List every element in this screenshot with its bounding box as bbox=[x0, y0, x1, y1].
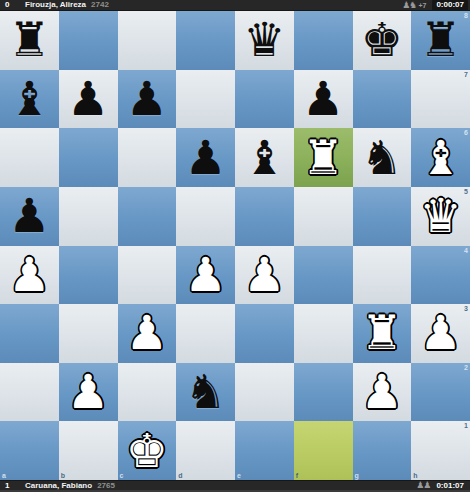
square-b8[interactable] bbox=[59, 11, 118, 70]
material-advantage-label: +7 bbox=[418, 2, 426, 9]
bottom-player-clock: 0:01:07 bbox=[432, 481, 468, 491]
rank-label-1: 1 bbox=[464, 422, 468, 429]
square-b5[interactable] bbox=[59, 187, 118, 246]
chess-broadcast-window: 0 Firouzja, Alireza 2742 ♟♞ +7 0:00:07 ♜… bbox=[0, 0, 470, 492]
square-h8[interactable]: ♜8 bbox=[411, 11, 470, 70]
rank-label-7: 7 bbox=[464, 71, 468, 78]
square-g6[interactable]: ♞ bbox=[353, 128, 412, 187]
square-g3[interactable]: ♜ bbox=[353, 304, 412, 363]
square-h4[interactable]: 4 bbox=[411, 246, 470, 305]
square-a6[interactable] bbox=[0, 128, 59, 187]
square-a8[interactable]: ♜ bbox=[0, 11, 59, 70]
file-label-d: d bbox=[178, 472, 182, 479]
square-b7[interactable]: ♟ bbox=[59, 70, 118, 129]
piece-white-pawn[interactable]: ♟ bbox=[185, 246, 227, 304]
square-a3[interactable] bbox=[0, 304, 59, 363]
piece-white-pawn[interactable]: ♟ bbox=[8, 246, 50, 304]
piece-white-pawn[interactable]: ♟ bbox=[126, 304, 168, 362]
rank-label-8: 8 bbox=[464, 12, 468, 19]
square-h3[interactable]: ♟3 bbox=[411, 304, 470, 363]
square-c3[interactable]: ♟ bbox=[118, 304, 177, 363]
square-d5[interactable] bbox=[176, 187, 235, 246]
square-g4[interactable] bbox=[353, 246, 412, 305]
square-g7[interactable] bbox=[353, 70, 412, 129]
square-e5[interactable] bbox=[235, 187, 294, 246]
captured-pieces-icon: ♟♞ bbox=[402, 1, 416, 10]
square-h6[interactable]: ♝6 bbox=[411, 128, 470, 187]
piece-black-king[interactable]: ♚ bbox=[361, 11, 403, 69]
square-h2[interactable]: 2 bbox=[411, 363, 470, 422]
piece-black-pawn[interactable]: ♟ bbox=[8, 187, 50, 245]
square-e4[interactable]: ♟ bbox=[235, 246, 294, 305]
piece-black-queen[interactable]: ♛ bbox=[243, 11, 285, 69]
square-d4[interactable]: ♟ bbox=[176, 246, 235, 305]
square-d3[interactable] bbox=[176, 304, 235, 363]
bottom-player-rating: 2765 bbox=[97, 482, 115, 490]
square-a7[interactable]: ♝ bbox=[0, 70, 59, 129]
square-d6[interactable]: ♟ bbox=[176, 128, 235, 187]
square-e3[interactable] bbox=[235, 304, 294, 363]
chess-board[interactable]: ♜♛♚♜8♝♟♟♟7♟♝♜♞♝6♟♛5♟♟♟4♟♜♟3♟♞♟2ab♚cdefgh… bbox=[0, 11, 470, 480]
bottom-player-name: Caruana, Fabiano bbox=[25, 482, 92, 490]
square-d1[interactable]: d bbox=[176, 421, 235, 480]
square-e7[interactable] bbox=[235, 70, 294, 129]
square-b3[interactable] bbox=[59, 304, 118, 363]
rank-label-2: 2 bbox=[464, 364, 468, 371]
square-b6[interactable] bbox=[59, 128, 118, 187]
square-a5[interactable]: ♟ bbox=[0, 187, 59, 246]
square-c2[interactable] bbox=[118, 363, 177, 422]
file-label-b: b bbox=[61, 472, 65, 479]
square-e8[interactable]: ♛ bbox=[235, 11, 294, 70]
square-f2[interactable] bbox=[294, 363, 353, 422]
square-a1[interactable]: a bbox=[0, 421, 59, 480]
top-player-rating: 2742 bbox=[91, 1, 109, 9]
piece-black-pawn[interactable]: ♟ bbox=[126, 70, 168, 128]
square-f3[interactable] bbox=[294, 304, 353, 363]
piece-black-pawn[interactable]: ♟ bbox=[67, 70, 109, 128]
piece-black-bishop[interactable]: ♝ bbox=[243, 129, 285, 187]
square-e1[interactable]: e bbox=[235, 421, 294, 480]
square-g2[interactable]: ♟ bbox=[353, 363, 412, 422]
square-g8[interactable]: ♚ bbox=[353, 11, 412, 70]
square-f6[interactable]: ♜ bbox=[294, 128, 353, 187]
piece-black-pawn[interactable]: ♟ bbox=[185, 129, 227, 187]
square-a4[interactable]: ♟ bbox=[0, 246, 59, 305]
square-h1[interactable]: h1 bbox=[411, 421, 470, 480]
top-player-bar: 0 Firouzja, Alireza 2742 ♟♞ +7 0:00:07 bbox=[0, 0, 470, 11]
square-h7[interactable]: 7 bbox=[411, 70, 470, 129]
top-player-name: Firouzja, Alireza bbox=[25, 1, 86, 9]
square-c1[interactable]: ♚c bbox=[118, 421, 177, 480]
bottom-player-score: 1 bbox=[5, 482, 19, 490]
piece-white-king[interactable]: ♚ bbox=[126, 422, 168, 480]
square-c6[interactable] bbox=[118, 128, 177, 187]
square-f4[interactable] bbox=[294, 246, 353, 305]
square-f1[interactable]: f bbox=[294, 421, 353, 480]
captured-pieces-icon: ♟♟ bbox=[416, 481, 430, 490]
square-e2[interactable] bbox=[235, 363, 294, 422]
piece-black-bishop[interactable]: ♝ bbox=[8, 70, 50, 128]
square-f8[interactable] bbox=[294, 11, 353, 70]
square-c7[interactable]: ♟ bbox=[118, 70, 177, 129]
square-d7[interactable] bbox=[176, 70, 235, 129]
square-d2[interactable]: ♞ bbox=[176, 363, 235, 422]
file-label-h: h bbox=[413, 472, 417, 479]
bottom-player-bar: 1 Caruana, Fabiano 2765 ♟♟ 0:01:07 bbox=[0, 480, 470, 492]
square-d8[interactable] bbox=[176, 11, 235, 70]
piece-white-bishop[interactable]: ♝ bbox=[420, 129, 462, 187]
piece-white-queen[interactable]: ♛ bbox=[420, 187, 462, 245]
square-h5[interactable]: ♛5 bbox=[411, 187, 470, 246]
square-a2[interactable] bbox=[0, 363, 59, 422]
rank-label-4: 4 bbox=[464, 247, 468, 254]
top-player-clock: 0:00:07 bbox=[432, 0, 468, 10]
square-b2[interactable]: ♟ bbox=[59, 363, 118, 422]
file-label-f: f bbox=[296, 472, 298, 479]
piece-black-knight[interactable]: ♞ bbox=[185, 363, 227, 421]
file-label-c: c bbox=[120, 472, 124, 479]
file-label-a: a bbox=[2, 472, 6, 479]
piece-black-knight[interactable]: ♞ bbox=[361, 129, 403, 187]
piece-white-pawn[interactable]: ♟ bbox=[361, 363, 403, 421]
rank-label-6: 6 bbox=[464, 129, 468, 136]
square-c4[interactable] bbox=[118, 246, 177, 305]
square-b1[interactable]: b bbox=[59, 421, 118, 480]
square-g1[interactable]: g bbox=[353, 421, 412, 480]
file-label-g: g bbox=[355, 472, 359, 479]
square-e6[interactable]: ♝ bbox=[235, 128, 294, 187]
square-f5[interactable] bbox=[294, 187, 353, 246]
piece-black-rook[interactable]: ♜ bbox=[420, 11, 462, 69]
piece-black-pawn[interactable]: ♟ bbox=[302, 70, 344, 128]
piece-black-rook[interactable]: ♜ bbox=[8, 11, 50, 69]
piece-white-rook[interactable]: ♜ bbox=[302, 129, 344, 187]
square-b4[interactable] bbox=[59, 246, 118, 305]
square-c5[interactable] bbox=[118, 187, 177, 246]
piece-white-pawn[interactable]: ♟ bbox=[67, 363, 109, 421]
top-player-score: 0 bbox=[5, 1, 19, 9]
piece-white-rook[interactable]: ♜ bbox=[361, 304, 403, 362]
square-f7[interactable]: ♟ bbox=[294, 70, 353, 129]
rank-label-5: 5 bbox=[464, 188, 468, 195]
piece-white-pawn[interactable]: ♟ bbox=[243, 246, 285, 304]
file-label-e: e bbox=[237, 472, 241, 479]
square-c8[interactable] bbox=[118, 11, 177, 70]
square-g5[interactable] bbox=[353, 187, 412, 246]
rank-label-3: 3 bbox=[464, 305, 468, 312]
piece-white-pawn[interactable]: ♟ bbox=[420, 304, 462, 362]
